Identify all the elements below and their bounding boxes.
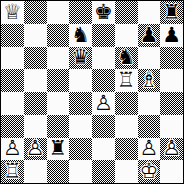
black-knight-piece: ♞ [69,24,92,47]
square-h7[interactable]: ♟ [160,24,183,47]
white-queen-piece: ♛♕ [1,1,24,24]
square-g6[interactable] [138,47,161,70]
queen-glyph: ♛ [69,47,92,70]
square-d7[interactable]: ♞ [69,24,92,47]
white-rook-piece: ♜♖ [1,160,24,183]
white-pawn-piece: ♟♙ [1,138,24,161]
square-g7[interactable]: ♟ [138,24,161,47]
square-h5[interactable] [160,69,183,92]
square-h6[interactable] [160,47,183,70]
white-pawn-piece: ♟♙ [138,138,161,161]
rook-fill-glyph: ♜ [115,69,138,92]
bishop-fill-glyph: ♝ [138,69,161,92]
pawn-glyph: ♟ [160,24,183,47]
square-c7[interactable] [47,24,70,47]
square-a2[interactable]: ♟♙ [1,138,24,161]
bishop-glyph: ♗ [138,69,161,92]
square-b8[interactable] [24,1,47,24]
square-e6[interactable] [92,47,115,70]
king-fill-glyph: ♚ [138,160,161,183]
queen-glyph: ♕ [1,1,24,24]
square-h2[interactable]: ♟♙ [160,138,183,161]
white-bishop-piece: ♝♗ [138,69,161,92]
black-pawn-piece: ♟ [138,24,161,47]
rook-glyph: ♜ [47,138,70,161]
square-e4[interactable]: ♟♙ [92,92,115,115]
pawn-glyph: ♙ [160,138,183,161]
square-b2[interactable]: ♟♙ [24,138,47,161]
square-c8[interactable] [47,1,70,24]
knight-glyph: ♞ [115,47,138,70]
square-e7[interactable] [92,24,115,47]
square-a6[interactable] [1,47,24,70]
square-c2[interactable]: ♜ [47,138,70,161]
black-rook-piece: ♜ [47,138,70,161]
king-glyph: ♔ [138,160,161,183]
square-f3[interactable] [115,115,138,138]
square-h4[interactable] [160,92,183,115]
black-queen-piece: ♛ [69,47,92,70]
pawn-fill-glyph: ♟ [24,138,47,161]
square-c5[interactable] [47,69,70,92]
square-a5[interactable] [1,69,24,92]
square-f2[interactable] [115,138,138,161]
chess-board: ♛♕♚♜♞♟♟♛♞♜♖♝♗♟♙♟♙♟♙♜♟♙♟♙♜♖♚♔ [0,0,184,184]
square-b7[interactable] [24,24,47,47]
square-d3[interactable] [69,115,92,138]
square-a3[interactable] [1,115,24,138]
square-b6[interactable] [24,47,47,70]
white-pawn-piece: ♟♙ [92,92,115,115]
square-a4[interactable] [1,92,24,115]
square-c1[interactable] [47,160,70,183]
pawn-glyph: ♙ [24,138,47,161]
pawn-glyph: ♟ [138,24,161,47]
square-c6[interactable] [47,47,70,70]
square-a8[interactable]: ♛♕ [1,1,24,24]
rook-glyph: ♖ [1,160,24,183]
white-rook-piece: ♜♖ [115,69,138,92]
square-d8[interactable] [69,1,92,24]
square-e3[interactable] [92,115,115,138]
rook-glyph: ♜ [160,1,183,24]
queen-fill-glyph: ♛ [1,1,24,24]
square-b3[interactable] [24,115,47,138]
pawn-fill-glyph: ♟ [92,92,115,115]
white-king-piece: ♚♔ [138,160,161,183]
rook-fill-glyph: ♜ [1,160,24,183]
square-g1[interactable]: ♚♔ [138,160,161,183]
square-g3[interactable] [138,115,161,138]
square-d6[interactable]: ♛ [69,47,92,70]
square-e2[interactable] [92,138,115,161]
square-b4[interactable] [24,92,47,115]
square-c3[interactable] [47,115,70,138]
square-f1[interactable] [115,160,138,183]
pawn-glyph: ♙ [138,138,161,161]
king-glyph: ♚ [92,1,115,24]
square-a1[interactable]: ♜♖ [1,160,24,183]
square-g8[interactable] [138,1,161,24]
knight-glyph: ♞ [69,24,92,47]
black-pawn-piece: ♟ [160,24,183,47]
square-b1[interactable] [24,160,47,183]
white-pawn-piece: ♟♙ [160,138,183,161]
rook-glyph: ♖ [115,69,138,92]
square-a7[interactable] [1,24,24,47]
pawn-fill-glyph: ♟ [1,138,24,161]
pawn-fill-glyph: ♟ [138,138,161,161]
square-e1[interactable] [92,160,115,183]
square-h1[interactable] [160,160,183,183]
square-b5[interactable] [24,69,47,92]
square-d2[interactable] [69,138,92,161]
square-e5[interactable] [92,69,115,92]
square-f6[interactable]: ♞ [115,47,138,70]
white-pawn-piece: ♟♙ [24,138,47,161]
square-d5[interactable] [69,69,92,92]
black-king-piece: ♚ [92,1,115,24]
square-d4[interactable] [69,92,92,115]
square-f8[interactable] [115,1,138,24]
square-h8[interactable]: ♜ [160,1,183,24]
square-g4[interactable] [138,92,161,115]
square-e8[interactable]: ♚ [92,1,115,24]
pawn-glyph: ♙ [1,138,24,161]
square-f5[interactable]: ♜♖ [115,69,138,92]
black-knight-piece: ♞ [115,47,138,70]
black-rook-piece: ♜ [160,1,183,24]
square-c4[interactable] [47,92,70,115]
pawn-fill-glyph: ♟ [160,138,183,161]
square-f4[interactable] [115,92,138,115]
square-h3[interactable] [160,115,183,138]
square-g5[interactable]: ♝♗ [138,69,161,92]
pawn-glyph: ♙ [92,92,115,115]
square-d1[interactable] [69,160,92,183]
square-f7[interactable] [115,24,138,47]
square-g2[interactable]: ♟♙ [138,138,161,161]
